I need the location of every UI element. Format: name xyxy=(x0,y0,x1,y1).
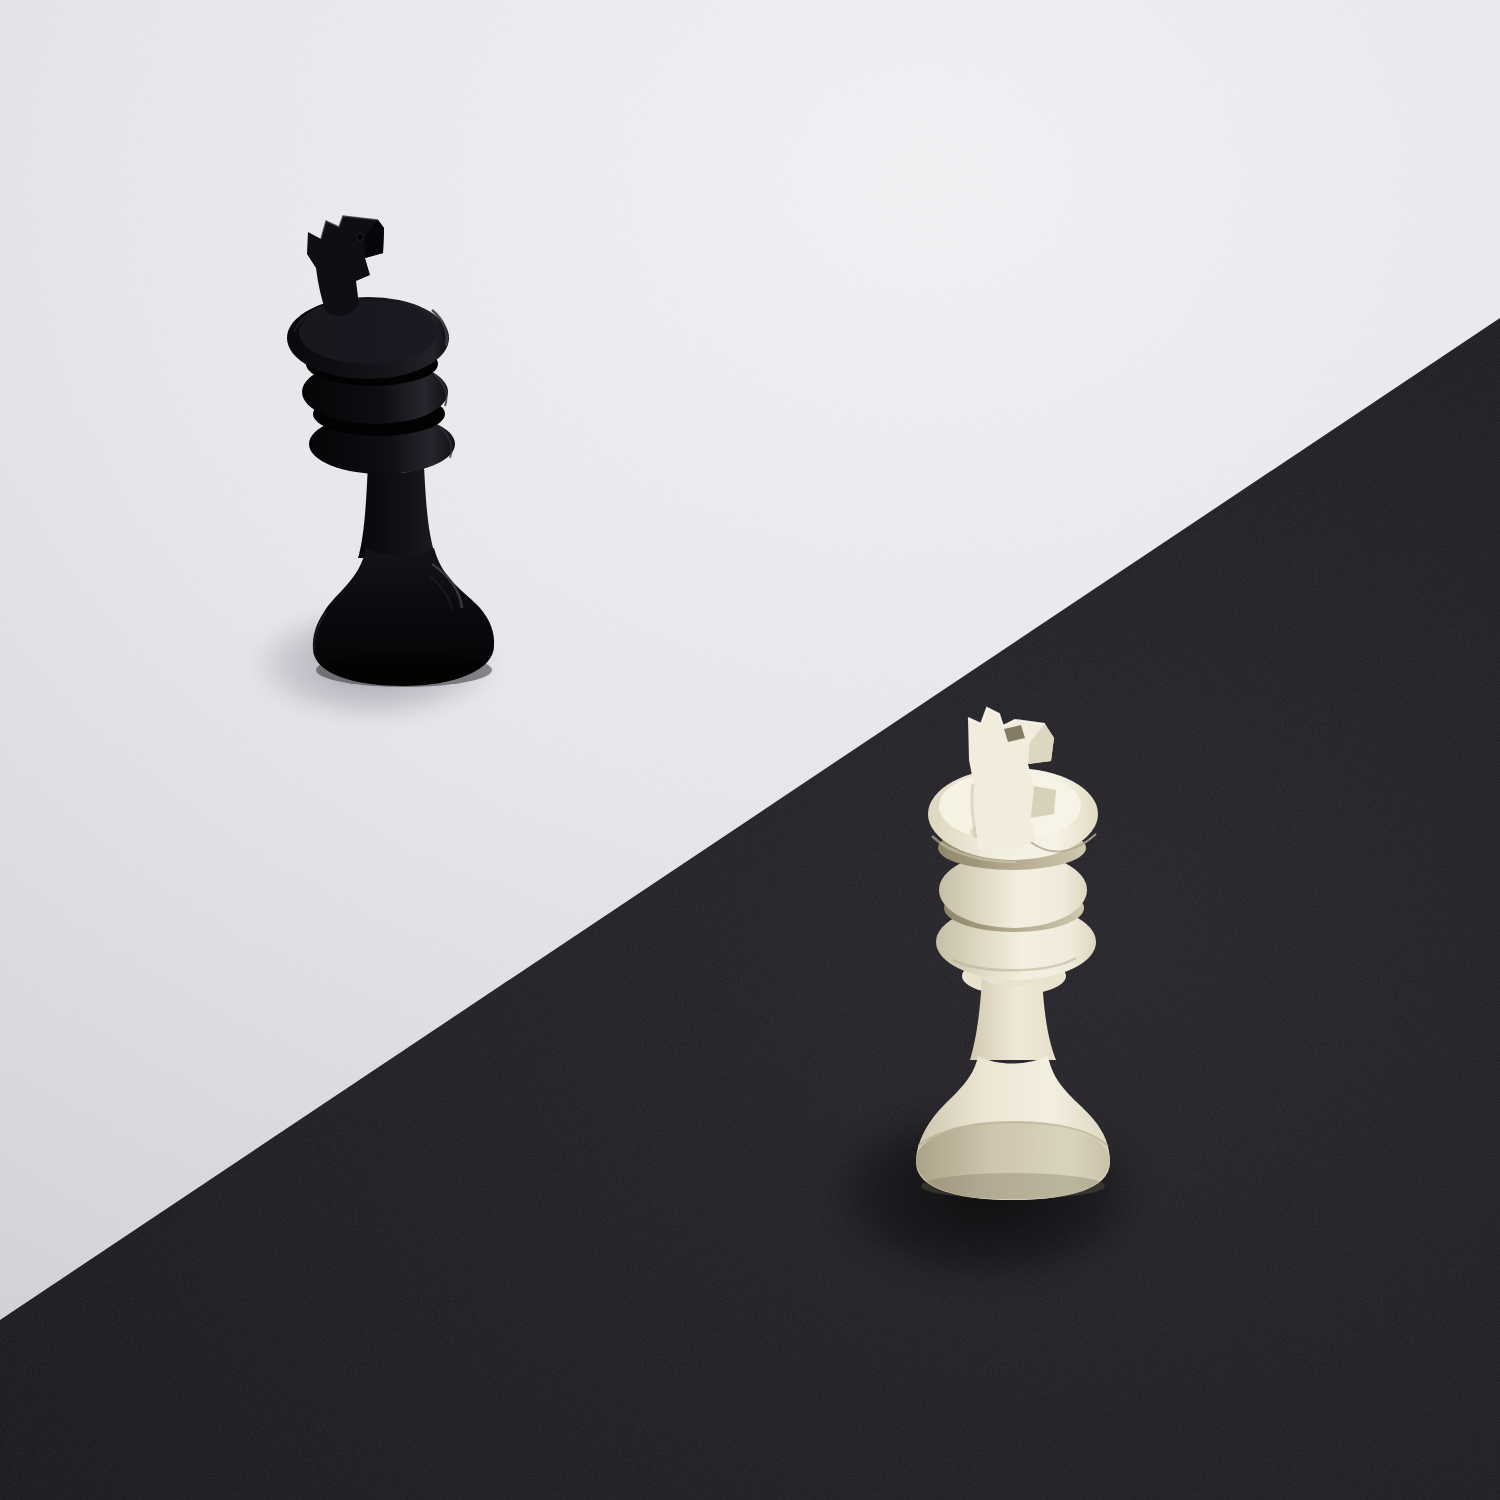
white-knight-piece xyxy=(898,698,1128,1218)
black-knight-base xyxy=(313,548,494,687)
black-knight-collar xyxy=(287,297,449,379)
black-knight-piece xyxy=(280,208,508,700)
black-knight-eye xyxy=(357,234,364,241)
black-knight-stem xyxy=(358,464,436,558)
photo-stage: Still-life photograph: a black knight ch… xyxy=(0,0,1500,1500)
white-knight-base xyxy=(916,1056,1110,1200)
